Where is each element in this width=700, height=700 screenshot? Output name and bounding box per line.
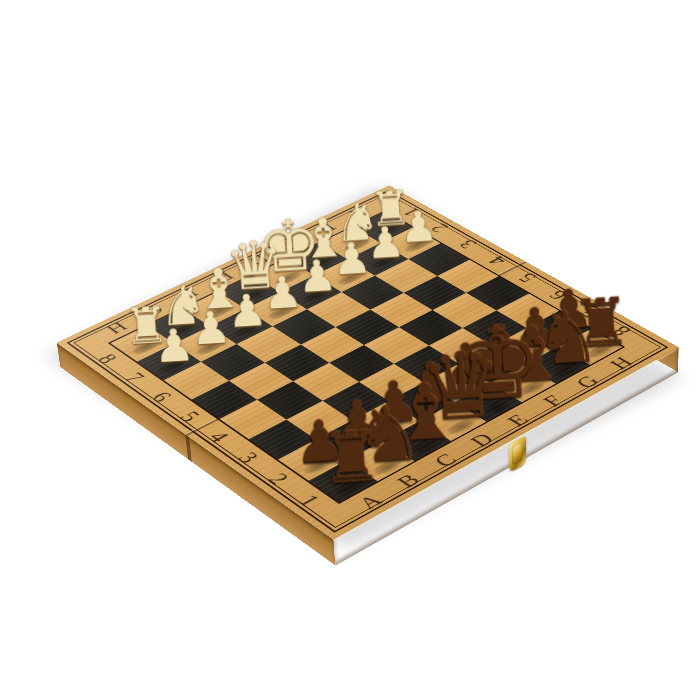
scene: ABCDEFGHHGFEDCBA1234567887654321 ♜♞♝♛♚♝♞…: [0, 0, 700, 700]
black-rook-glyph: ♜: [273, 421, 428, 494]
pieces-layer: ♜♞♝♛♚♝♞♜♟♟♟♟♟♟♟♟♟♟♟♟♟♟♟♟♜♞♝♛♚♝♞♜: [57, 185, 679, 539]
product-photo: ABCDEFGHHGFEDCBA1234567887654321 ♜♞♝♛♚♝♞…: [0, 0, 700, 700]
chess-board-box: ABCDEFGHHGFEDCBA1234567887654321 ♜♞♝♛♚♝♞…: [57, 185, 679, 539]
brass-latch-icon: [509, 435, 527, 473]
white-pawn-glyph: ♟: [102, 322, 245, 372]
board-top-surface: ABCDEFGHHGFEDCBA1234567887654321 ♜♞♝♛♚♝♞…: [57, 185, 679, 539]
